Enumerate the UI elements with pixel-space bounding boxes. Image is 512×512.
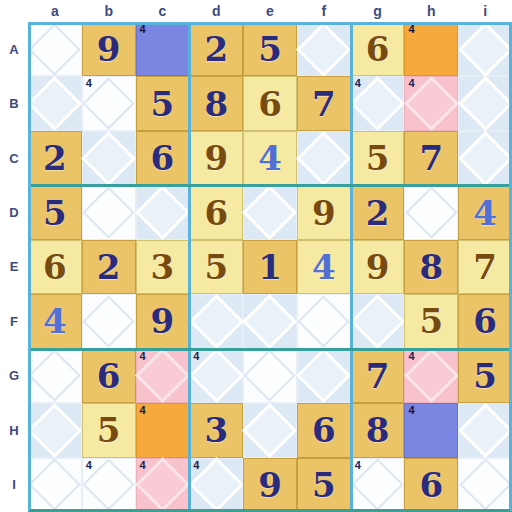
digit: 6 (473, 304, 497, 338)
cell-Ge[interactable] (243, 349, 297, 403)
cell-Ba[interactable] (28, 76, 82, 130)
cell-Ef[interactable]: 4 (297, 240, 351, 294)
digit: 5 (151, 87, 175, 121)
cell-Bd[interactable]: 8 (189, 76, 243, 130)
digit: 5 (366, 141, 390, 175)
candidate-4-marker: 4 (86, 77, 92, 89)
row-label-A: A (0, 22, 28, 76)
cell-Ga[interactable] (28, 349, 82, 403)
diamond-pattern (244, 350, 296, 402)
diamond-pattern (135, 185, 190, 240)
digit: 9 (258, 468, 282, 502)
cell-Gd[interactable]: 4 (189, 349, 243, 403)
cell-Dd[interactable]: 6 (189, 185, 243, 239)
digit: 9 (366, 250, 390, 284)
diamond-pattern (405, 186, 457, 238)
digit: 2 (97, 250, 121, 284)
diamond-pattern (296, 22, 351, 77)
row-label-G: G (0, 349, 28, 403)
row-label-F: F (0, 294, 28, 348)
cell-Eg[interactable]: 9 (351, 240, 405, 294)
cell-Ad[interactable]: 2 (189, 22, 243, 76)
digit: 6 (97, 359, 121, 393)
cell-Cb[interactable] (82, 131, 136, 185)
cell-Hg[interactable]: 8 (351, 403, 405, 457)
diamond-pattern (29, 459, 81, 511)
cell-Fa[interactable]: 4 (28, 294, 82, 348)
diamond-pattern (350, 294, 405, 349)
digit: 9 (97, 32, 121, 66)
digit: 4 (43, 304, 67, 338)
digit: 3 (204, 413, 228, 447)
digit: 2 (204, 32, 228, 66)
cell-Ib[interactable]: 4 (82, 458, 136, 512)
digit: 2 (43, 141, 67, 175)
candidate-4-marker: 4 (86, 459, 92, 471)
digit: 7 (419, 141, 443, 175)
digit: 5 (419, 304, 443, 338)
cell-De[interactable] (243, 185, 297, 239)
cell-Dc[interactable] (136, 185, 190, 239)
cell-Bf[interactable]: 7 (297, 76, 351, 130)
candidate-4-marker: 4 (408, 404, 414, 416)
sudoku-board: 9425644586744269457569246235149874956644… (28, 22, 512, 512)
diamond-pattern (27, 76, 82, 131)
diamond-pattern (189, 294, 244, 349)
candidate-4-marker: 4 (408, 77, 414, 89)
digit: 8 (419, 250, 443, 284)
digit: 6 (312, 413, 336, 447)
cell-Di[interactable]: 4 (458, 185, 512, 239)
cell-Hi[interactable] (458, 403, 512, 457)
cell-Fc[interactable]: 9 (136, 294, 190, 348)
cell-Ec[interactable]: 3 (136, 240, 190, 294)
cell-Ci[interactable] (458, 131, 512, 185)
diamond-pattern (27, 403, 82, 458)
cell-Ig[interactable]: 4 (351, 458, 405, 512)
column-labels: abcdefghi (28, 0, 512, 22)
cell-Da[interactable]: 5 (28, 185, 82, 239)
digit: 9 (312, 196, 336, 230)
digit: 7 (366, 359, 390, 393)
column-label-d: d (189, 0, 243, 22)
cell-If[interactable]: 5 (297, 458, 351, 512)
row-labels: ABCDEFGHI (0, 22, 28, 512)
cell-Hf[interactable]: 6 (297, 403, 351, 457)
diamond-pattern (458, 131, 512, 186)
cell-Ih[interactable]: 6 (404, 458, 458, 512)
digit: 5 (43, 196, 67, 230)
cell-Gf[interactable] (297, 349, 351, 403)
cell-Hh[interactable]: 4 (404, 403, 458, 457)
cell-Ae[interactable]: 5 (243, 22, 297, 76)
cell-Bh[interactable]: 4 (404, 76, 458, 130)
digit: 6 (204, 196, 228, 230)
column-label-a: a (28, 0, 82, 22)
cell-Id[interactable]: 4 (189, 458, 243, 512)
column-label-b: b (82, 0, 136, 22)
digit: 6 (258, 87, 282, 121)
cell-Gi[interactable]: 5 (458, 349, 512, 403)
column-label-i: i (458, 0, 512, 22)
sudoku-page: abcdefghi ABCDEFGHI 94256445867442694575… (0, 0, 512, 512)
column-label-h: h (404, 0, 458, 22)
cell-Gb[interactable]: 6 (82, 349, 136, 403)
digit: 1 (258, 250, 282, 284)
digit: 8 (366, 413, 390, 447)
diamond-pattern (459, 459, 511, 511)
cell-Ah[interactable]: 4 (404, 22, 458, 76)
digit: 8 (204, 87, 228, 121)
cell-Ie[interactable]: 9 (243, 458, 297, 512)
diamond-pattern (29, 23, 81, 75)
cell-Ed[interactable]: 5 (189, 240, 243, 294)
digit: 6 (366, 32, 390, 66)
cell-Bi[interactable] (458, 76, 512, 130)
cell-Ha[interactable] (28, 403, 82, 457)
cell-Hc[interactable]: 4 (136, 403, 190, 457)
digit: 3 (151, 250, 175, 284)
cell-Cg[interactable]: 5 (351, 131, 405, 185)
row-label-H: H (0, 403, 28, 457)
cell-Fh[interactable]: 5 (404, 294, 458, 348)
row-label-D: D (0, 185, 28, 239)
candidate-4-marker: 4 (408, 350, 414, 362)
cell-Ag[interactable]: 6 (351, 22, 405, 76)
candidate-4-marker: 4 (140, 404, 146, 416)
cell-Eh[interactable]: 8 (404, 240, 458, 294)
diamond-pattern (29, 350, 81, 402)
candidate-4-marker: 4 (355, 459, 361, 471)
candidate-4-marker: 4 (140, 459, 146, 471)
cell-Fd[interactable] (189, 294, 243, 348)
digit: 4 (258, 141, 282, 175)
candidate-4-marker: 4 (140, 23, 146, 35)
digit: 9 (151, 304, 175, 338)
column-label-g: g (351, 0, 405, 22)
row-label-E: E (0, 240, 28, 294)
diamond-pattern (242, 403, 297, 458)
digit: 4 (312, 250, 336, 284)
cell-Af[interactable] (297, 22, 351, 76)
cell-Bg[interactable]: 4 (351, 76, 405, 130)
cell-Ia[interactable] (28, 458, 82, 512)
cell-Ei[interactable]: 7 (458, 240, 512, 294)
cell-Dg[interactable]: 2 (351, 185, 405, 239)
candidate-4-marker: 4 (408, 23, 414, 35)
diamond-pattern (81, 131, 136, 186)
diamond-pattern (458, 76, 512, 131)
cell-Be[interactable]: 6 (243, 76, 297, 130)
cell-Cd[interactable]: 9 (189, 131, 243, 185)
digit: 7 (312, 87, 336, 121)
cell-Aa[interactable] (28, 22, 82, 76)
cell-He[interactable] (243, 403, 297, 457)
cell-Bb[interactable]: 4 (82, 76, 136, 130)
cell-Hb[interactable]: 5 (82, 403, 136, 457)
digit: 6 (419, 468, 443, 502)
digit: 5 (204, 250, 228, 284)
diamond-pattern (458, 403, 512, 458)
candidate-4-marker: 4 (193, 350, 199, 362)
column-label-f: f (297, 0, 351, 22)
digit: 5 (473, 359, 497, 393)
digit: 4 (473, 196, 497, 230)
digit: 5 (312, 468, 336, 502)
diamond-pattern (298, 295, 350, 347)
candidate-4-marker: 4 (355, 77, 361, 89)
digit: 9 (204, 141, 228, 175)
diamond-pattern (242, 294, 297, 349)
candidate-4-marker: 4 (193, 459, 199, 471)
cell-Fi[interactable]: 6 (458, 294, 512, 348)
diamond-pattern (458, 22, 512, 77)
cell-Ab[interactable]: 9 (82, 22, 136, 76)
cell-Db[interactable] (82, 185, 136, 239)
cell-Ic[interactable]: 4 (136, 458, 190, 512)
cell-Fe[interactable] (243, 294, 297, 348)
cell-Df[interactable]: 9 (297, 185, 351, 239)
cell-Cf[interactable] (297, 131, 351, 185)
cell-Ai[interactable] (458, 22, 512, 76)
row-label-B: B (0, 76, 28, 130)
cell-Ff[interactable] (297, 294, 351, 348)
cell-Eb[interactable]: 2 (82, 240, 136, 294)
digit: 6 (151, 141, 175, 175)
cell-Ac[interactable]: 4 (136, 22, 190, 76)
digit: 7 (473, 250, 497, 284)
row-label-C: C (0, 131, 28, 185)
cell-Gc[interactable]: 4 (136, 349, 190, 403)
cell-Cc[interactable]: 6 (136, 131, 190, 185)
column-label-c: c (136, 0, 190, 22)
diamond-pattern (242, 185, 297, 240)
digit: 2 (366, 196, 390, 230)
digit: 5 (258, 32, 282, 66)
digit: 6 (43, 250, 67, 284)
digit: 5 (97, 413, 121, 447)
cell-Ee[interactable]: 1 (243, 240, 297, 294)
cell-Ea[interactable]: 6 (28, 240, 82, 294)
cell-Gg[interactable]: 7 (351, 349, 405, 403)
cell-Ca[interactable]: 2 (28, 131, 82, 185)
diamond-pattern (82, 295, 134, 347)
cell-Fb[interactable] (82, 294, 136, 348)
cell-Dh[interactable] (404, 185, 458, 239)
cell-Gh[interactable]: 4 (404, 349, 458, 403)
diamond-pattern (296, 348, 351, 403)
candidate-4-marker: 4 (140, 350, 146, 362)
diamond-pattern (296, 131, 351, 186)
cell-Ch[interactable]: 7 (404, 131, 458, 185)
diamond-pattern (82, 186, 134, 238)
cell-Hd[interactable]: 3 (189, 403, 243, 457)
cell-Ce[interactable]: 4 (243, 131, 297, 185)
column-label-e: e (243, 0, 297, 22)
cell-Bc[interactable]: 5 (136, 76, 190, 130)
row-label-I: I (0, 458, 28, 512)
cell-Fg[interactable] (351, 294, 405, 348)
cell-Ii[interactable] (458, 458, 512, 512)
